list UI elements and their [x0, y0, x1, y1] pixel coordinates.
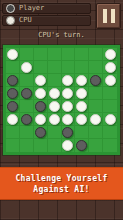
- board-cell-r3c8[interactable]: [103, 74, 117, 87]
- board-cell-r6c1[interactable]: [6, 113, 20, 126]
- black-disc: [7, 88, 18, 99]
- board-cell-r2c1[interactable]: [6, 61, 20, 74]
- white-disc: [76, 88, 87, 99]
- board-cell-r1c6[interactable]: [75, 48, 89, 61]
- board-cell-r4c1[interactable]: [6, 87, 20, 100]
- white-disc: [49, 88, 60, 99]
- board-cell-r3c3[interactable]: [34, 74, 48, 87]
- board-cell-r4c7[interactable]: [89, 87, 103, 100]
- board-cell-r4c2[interactable]: [20, 87, 34, 100]
- white-disc: [105, 62, 116, 73]
- white-disc: [62, 140, 73, 151]
- white-disc: [62, 114, 73, 125]
- board-cell-r8c2[interactable]: [20, 139, 34, 152]
- board-cell-r3c1[interactable]: [6, 74, 20, 87]
- board-cell-r5c6[interactable]: [75, 100, 89, 113]
- white-disc: [105, 114, 116, 125]
- board-cell-r2c4[interactable]: [48, 61, 62, 74]
- player-label: Player: [19, 5, 44, 12]
- white-disc: [49, 101, 60, 112]
- black-disc: [76, 140, 87, 151]
- board-cell-r8c8[interactable]: [103, 139, 117, 152]
- board-cell-r1c4[interactable]: [48, 48, 62, 61]
- turn-status-text: CPU's turn.: [0, 31, 123, 40]
- board-cell-r1c3[interactable]: [34, 48, 48, 61]
- black-disc: [62, 127, 73, 138]
- banner-line-2: Against AI!: [33, 184, 89, 195]
- board-cell-r4c4[interactable]: [48, 87, 62, 100]
- black-disc: [21, 88, 32, 99]
- white-disc: [35, 75, 46, 86]
- board-cell-r5c2[interactable]: [20, 100, 34, 113]
- board-cell-r5c5[interactable]: [62, 100, 76, 113]
- cpu-label: CPU: [19, 17, 32, 24]
- othello-board: [3, 45, 120, 155]
- black-disc: [35, 127, 46, 138]
- white-disc: [62, 101, 73, 112]
- board-cell-r2c5[interactable]: [62, 61, 76, 74]
- board-cell-r8c1[interactable]: [6, 139, 20, 152]
- board-cell-r3c2[interactable]: [20, 74, 34, 87]
- board-cell-r5c7[interactable]: [89, 100, 103, 113]
- white-disc: [7, 114, 18, 125]
- board-cell-r6c3[interactable]: [34, 113, 48, 126]
- black-disc: [35, 101, 46, 112]
- board-cell-r2c6[interactable]: [75, 61, 89, 74]
- black-disc: [90, 75, 101, 86]
- board-cell-r3c7[interactable]: [89, 74, 103, 87]
- board-cell-r6c4[interactable]: [48, 113, 62, 126]
- white-disc: [76, 101, 87, 112]
- board-cell-r8c3[interactable]: [34, 139, 48, 152]
- board-cell-r1c7[interactable]: [89, 48, 103, 61]
- board-cell-r4c6[interactable]: [75, 87, 89, 100]
- board-cell-r3c4[interactable]: [48, 74, 62, 87]
- player-disc-icon: [6, 4, 15, 13]
- board-cell-r5c1[interactable]: [6, 100, 20, 113]
- board-cell-r7c5[interactable]: [62, 126, 76, 139]
- pause-icon: [103, 9, 107, 23]
- board-cell-r6c8[interactable]: [103, 113, 117, 126]
- board-cell-r8c7[interactable]: [89, 139, 103, 152]
- board-cell-r3c5[interactable]: [62, 74, 76, 87]
- game-screen: Player CPU CPU's turn. Challenge Yoursel…: [0, 0, 123, 220]
- board-cell-r8c5[interactable]: [62, 139, 76, 152]
- board-cell-r6c2[interactable]: [20, 113, 34, 126]
- black-disc: [7, 75, 18, 86]
- pause-button[interactable]: [96, 3, 121, 29]
- board-cell-r2c7[interactable]: [89, 61, 103, 74]
- cpu-disc-icon: [6, 16, 15, 25]
- white-disc: [7, 49, 18, 60]
- board-cell-r5c4[interactable]: [48, 100, 62, 113]
- board-cell-r4c8[interactable]: [103, 87, 117, 100]
- player-row: Player: [2, 3, 91, 14]
- board-cell-r6c6[interactable]: [75, 113, 89, 126]
- cpu-row: CPU: [2, 15, 91, 26]
- black-disc: [21, 114, 32, 125]
- white-disc: [90, 114, 101, 125]
- board-cell-r6c7[interactable]: [89, 113, 103, 126]
- board-cell-r1c2[interactable]: [20, 48, 34, 61]
- pause-icon: [111, 9, 115, 23]
- board-cell-r5c8[interactable]: [103, 100, 117, 113]
- white-disc: [76, 75, 87, 86]
- board-cell-r8c4[interactable]: [48, 139, 62, 152]
- board-cell-r7c6[interactable]: [75, 126, 89, 139]
- board-cell-r1c8[interactable]: [103, 48, 117, 61]
- white-disc: [105, 49, 116, 60]
- white-disc: [76, 114, 87, 125]
- white-disc: [21, 62, 32, 73]
- board-cell-r7c8[interactable]: [103, 126, 117, 139]
- white-disc: [35, 114, 46, 125]
- board-cell-r7c7[interactable]: [89, 126, 103, 139]
- board-cell-r7c4[interactable]: [48, 126, 62, 139]
- white-disc: [105, 75, 116, 86]
- board-cell-r6c5[interactable]: [62, 113, 76, 126]
- board-cell-r2c8[interactable]: [103, 61, 117, 74]
- board-cell-r5c3[interactable]: [34, 100, 48, 113]
- board-cell-r3c6[interactable]: [75, 74, 89, 87]
- board-cell-r2c2[interactable]: [20, 61, 34, 74]
- board-cell-r7c2[interactable]: [20, 126, 34, 139]
- board-cell-r2c3[interactable]: [34, 61, 48, 74]
- board-cell-r4c5[interactable]: [62, 87, 76, 100]
- board-cell-r1c5[interactable]: [62, 48, 76, 61]
- board-cell-r7c3[interactable]: [34, 126, 48, 139]
- banner-line-1: Challenge Yourself: [15, 173, 107, 184]
- white-disc: [62, 88, 73, 99]
- board-cell-r1c1[interactable]: [6, 48, 20, 61]
- promo-banner: Challenge Yourself Against AI!: [0, 167, 123, 200]
- black-disc: [7, 101, 18, 112]
- board-cell-r7c1[interactable]: [6, 126, 20, 139]
- white-disc: [49, 114, 60, 125]
- board-cell-r4c3[interactable]: [34, 87, 48, 100]
- board-cell-r8c6[interactable]: [75, 139, 89, 152]
- white-disc: [62, 75, 73, 86]
- white-disc: [35, 88, 46, 99]
